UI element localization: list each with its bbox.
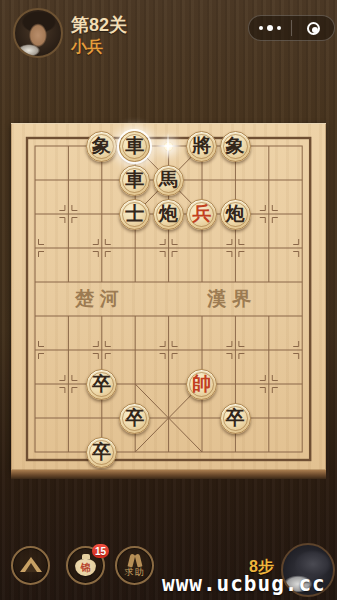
piece-glyph: 象 (226, 136, 245, 155)
piece-glyph: 將 (192, 136, 211, 155)
level-number: 第82关 (71, 13, 127, 37)
piece-red-general[interactable]: 帥 (186, 369, 217, 400)
piece-black-cannon-right[interactable]: 炮 (220, 199, 251, 230)
move-hint-sparkle (164, 142, 173, 151)
piece-glyph: 士 (125, 204, 144, 223)
piece-glyph: 馬 (159, 170, 178, 189)
ask-help-button[interactable]: 求助 (115, 546, 154, 585)
piece-glyph: 卒 (92, 442, 111, 461)
piece-glyph: 卒 (125, 408, 144, 427)
piece-black-elephant-left[interactable]: 象 (86, 131, 117, 162)
board-edge-shadow (11, 470, 326, 479)
watermark-text: www.ucbug.cc (162, 572, 326, 596)
piece-black-horse[interactable]: 馬 (153, 165, 184, 196)
ellipsis-icon (259, 26, 263, 30)
piece-black-cannon-left[interactable]: 炮 (153, 199, 184, 230)
more-button[interactable] (249, 16, 291, 40)
board-grid: 象車將象車馬士炮兵炮卒帥卒卒卒 (18, 129, 319, 469)
piece-glyph: 兵 (192, 204, 211, 223)
ellipsis-icon (267, 25, 273, 31)
piece-glyph: 車 (125, 170, 144, 189)
piece-glyph: 卒 (92, 374, 111, 393)
help-label: 求助 (117, 566, 152, 579)
xiangqi-board: 楚河 漢界 象車將象車馬士炮兵炮卒帥卒卒卒 (11, 123, 326, 470)
level-name: 小兵 (71, 37, 103, 58)
piece-black-soldier-3[interactable]: 卒 (220, 403, 251, 434)
piece-glyph: 卒 (226, 408, 245, 427)
piece-black-soldier-4[interactable]: 卒 (86, 437, 117, 468)
piece-glyph: 車 (125, 136, 144, 155)
piece-black-general[interactable]: 將 (186, 131, 217, 162)
piece-black-chariot-front[interactable]: 車 (119, 165, 150, 196)
piece-red-soldier[interactable]: 兵 (186, 199, 217, 230)
piece-black-soldier-2[interactable]: 卒 (119, 403, 150, 434)
circled-dot-icon (307, 22, 320, 35)
player-avatar[interactable] (13, 8, 63, 58)
piece-glyph: 帥 (192, 374, 211, 393)
ellipsis-icon (277, 26, 281, 30)
piece-glyph: 象 (92, 136, 111, 155)
menu-expand-button[interactable] (11, 546, 50, 585)
bag-character: 锦 (81, 563, 91, 573)
piece-black-elephant-right[interactable]: 象 (220, 131, 251, 162)
piece-glyph: 炮 (226, 204, 245, 223)
exit-button[interactable] (292, 16, 334, 40)
piece-black-chariot-back[interactable]: 車 (119, 131, 150, 162)
chevron-up-icon (20, 557, 42, 572)
brocade-bag-icon: 锦 (75, 559, 96, 576)
piece-black-advisor[interactable]: 士 (119, 199, 150, 230)
top-bar: 第82关 小兵 (0, 0, 337, 62)
miniprogram-capsule (248, 15, 335, 41)
piece-glyph: 炮 (159, 204, 178, 223)
piece-black-soldier-1[interactable]: 卒 (86, 369, 117, 400)
hint-count-badge: 15 (92, 544, 109, 558)
hint-bag-button[interactable]: 锦 15 (66, 546, 105, 585)
